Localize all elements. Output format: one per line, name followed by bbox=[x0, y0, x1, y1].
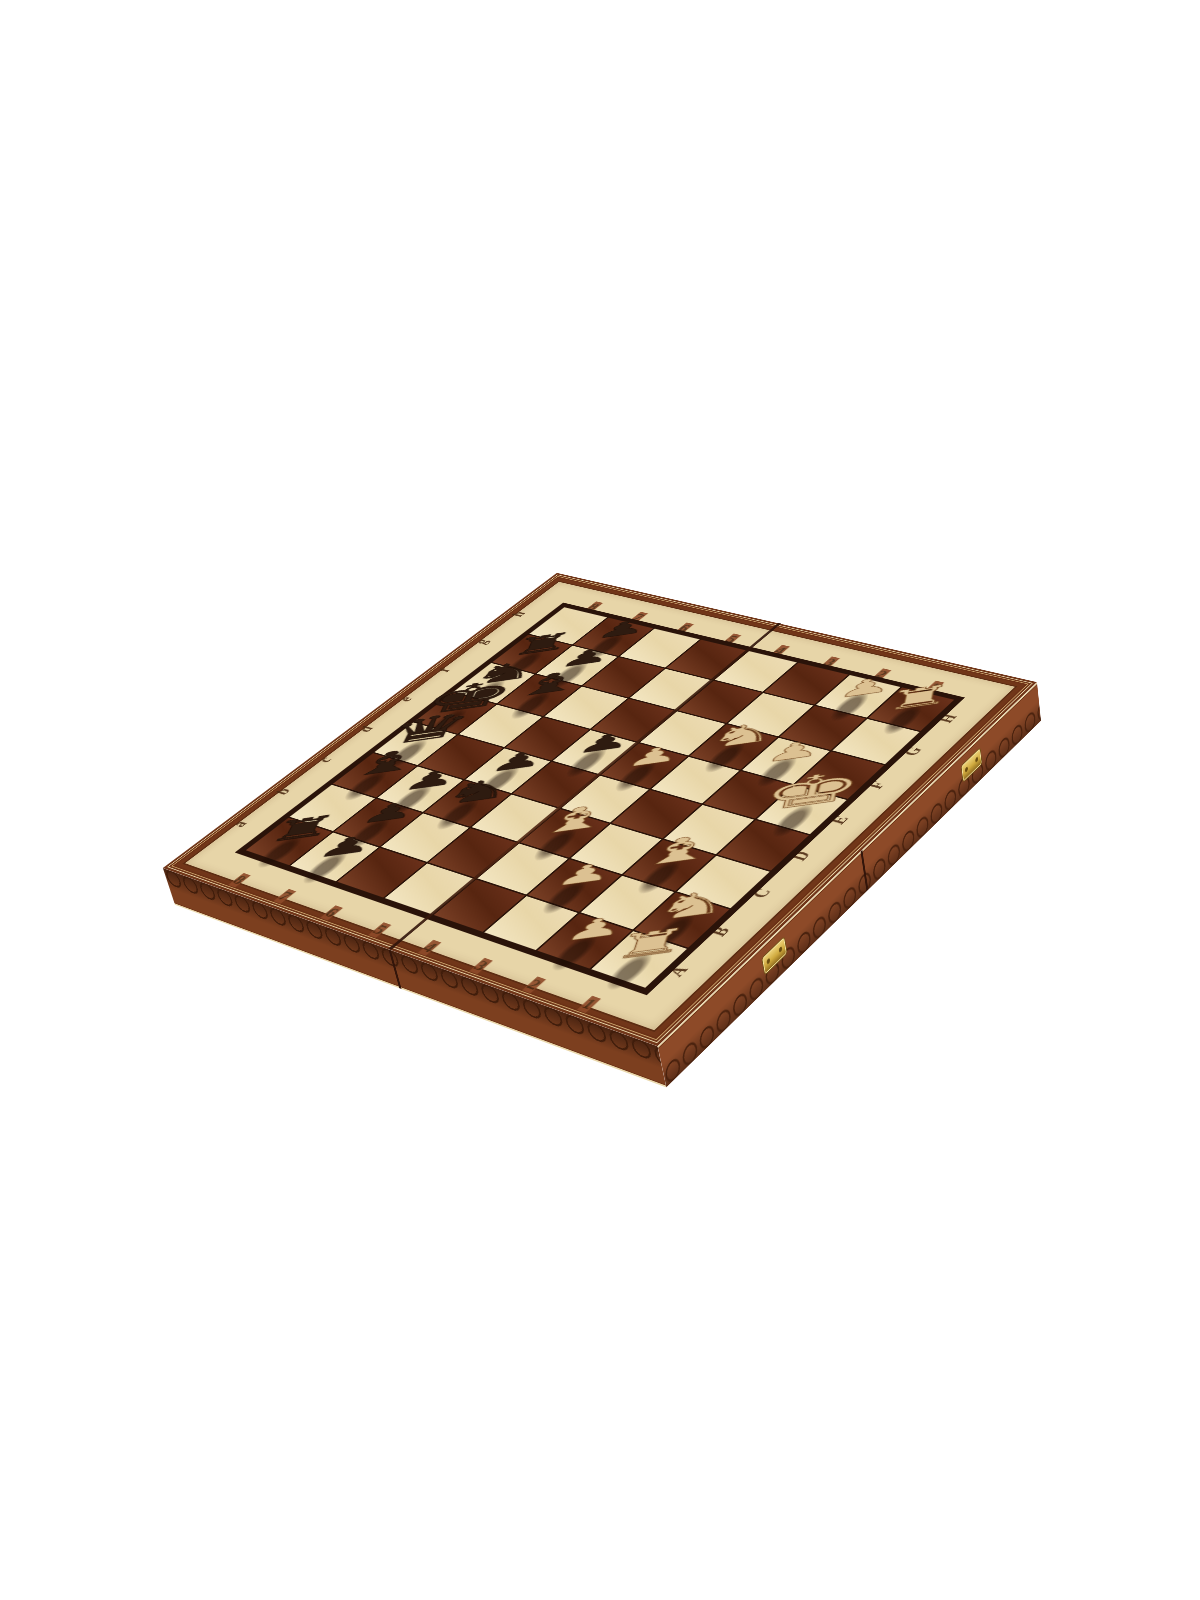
black-bishop-glyph: ♝ bbox=[510, 665, 590, 702]
chess-board: abcdefghABCDEFGH1234567812345678 ♜♟♞♟♚♝♛… bbox=[163, 573, 1037, 1046]
white-pawn-glyph: ♟ bbox=[763, 736, 824, 766]
black-pawn-glyph: ♟ bbox=[357, 798, 421, 828]
white-king-glyph: ♚ bbox=[756, 763, 867, 818]
white-bishop-glyph: ♝ bbox=[635, 828, 723, 871]
white-knight-glyph: ♞ bbox=[704, 717, 780, 754]
product-photo: abcdefghABCDEFGH1234567812345678 ♜♟♞♟♚♝♛… bbox=[0, 0, 1200, 1600]
